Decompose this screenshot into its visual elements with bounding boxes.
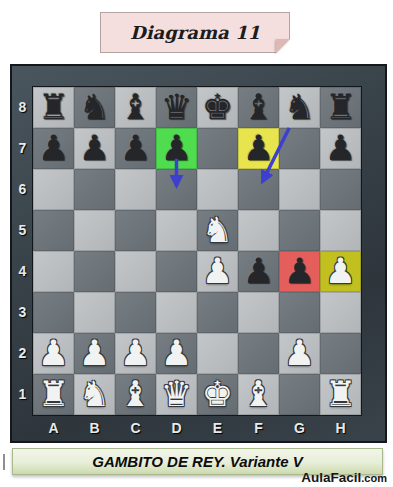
square-b3 [74, 292, 115, 333]
black-pawn: ♟ [243, 251, 274, 292]
file-label-c: C [115, 415, 156, 441]
square-c7: ♟ [115, 128, 156, 169]
white-pawn: ♟ [284, 333, 315, 374]
square-e5: ♞ [197, 210, 238, 251]
file-label-g: G [279, 415, 320, 441]
square-b5 [74, 210, 115, 251]
black-pawn: ♟ [243, 128, 274, 169]
file-label-d: D [156, 415, 197, 441]
square-g1 [279, 374, 320, 415]
square-f5 [238, 210, 279, 251]
black-pawn: ♟ [284, 251, 315, 292]
black-pawn: ♟ [79, 128, 110, 169]
square-e2 [197, 333, 238, 374]
folded-corner-icon [276, 39, 290, 53]
white-rook: ♜ [325, 374, 356, 415]
square-b2: ♟ [74, 333, 115, 374]
title-callout: Diagrama 11 [100, 12, 290, 53]
square-d8: ♛ [156, 87, 197, 128]
square-a5 [33, 210, 74, 251]
square-e6 [197, 169, 238, 210]
rank-label-8: 8 [12, 87, 33, 128]
rank-label-5: 5 [12, 210, 33, 251]
black-pawn: ♟ [161, 128, 192, 169]
file-label-e: E [197, 415, 238, 441]
rank-label-6: 6 [12, 169, 33, 210]
square-e7 [197, 128, 238, 169]
square-e8: ♚ [197, 87, 238, 128]
square-f7: ♟ [238, 128, 279, 169]
black-rook: ♜ [325, 87, 356, 128]
square-h5 [320, 210, 361, 251]
square-h6 [320, 169, 361, 210]
square-c1: ♝ [115, 374, 156, 415]
white-bishop: ♝ [243, 374, 274, 415]
square-a4 [33, 251, 74, 292]
square-d6 [156, 169, 197, 210]
rank-label-1: 1 [12, 374, 33, 415]
square-d3 [156, 292, 197, 333]
square-b8: ♞ [74, 87, 115, 128]
site-tld: .com [361, 472, 387, 484]
square-a8: ♜ [33, 87, 74, 128]
square-d2: ♟ [156, 333, 197, 374]
board-squares: ♜♞♝♛♚♝♞♜♟♟♟♟♟♟♞♟♟♟♟♟♟♟♟♟♜♞♝♛♚♝♜87654321A… [33, 87, 361, 415]
black-pawn: ♟ [38, 128, 69, 169]
square-f3 [238, 292, 279, 333]
white-pawn: ♟ [325, 251, 356, 292]
white-pawn: ♟ [202, 251, 233, 292]
square-h1: ♜ [320, 374, 361, 415]
white-queen: ♛ [161, 374, 192, 415]
white-king: ♚ [202, 374, 233, 415]
black-pawn: ♟ [325, 128, 356, 169]
black-rook: ♜ [38, 87, 69, 128]
square-a2: ♟ [33, 333, 74, 374]
file-label-h: H [320, 415, 361, 441]
square-c3 [115, 292, 156, 333]
square-c2: ♟ [115, 333, 156, 374]
square-g6 [279, 169, 320, 210]
black-bishop: ♝ [243, 87, 274, 128]
white-pawn: ♟ [120, 333, 151, 374]
file-label-f: F [238, 415, 279, 441]
rank-label-3: 3 [12, 292, 33, 333]
chess-board: ♜♞♝♛♚♝♞♜♟♟♟♟♟♟♞♟♟♟♟♟♟♟♟♟♜♞♝♛♚♝♜87654321A… [10, 64, 387, 443]
square-d7: ♟ [156, 128, 197, 169]
square-g5 [279, 210, 320, 251]
square-b1: ♞ [74, 374, 115, 415]
square-g3 [279, 292, 320, 333]
white-rook: ♜ [38, 374, 69, 415]
site-name: AulaFacil [301, 470, 361, 485]
square-h2 [320, 333, 361, 374]
square-d4 [156, 251, 197, 292]
square-f1: ♝ [238, 374, 279, 415]
square-c4 [115, 251, 156, 292]
black-king: ♚ [202, 87, 233, 128]
black-knight: ♞ [79, 87, 110, 128]
square-a7: ♟ [33, 128, 74, 169]
title-text: Diagrama 11 [130, 22, 260, 43]
white-pawn: ♟ [79, 333, 110, 374]
caption-text: GAMBITO DE REY. Variante V [92, 453, 302, 470]
square-b6 [74, 169, 115, 210]
rank-label-4: 4 [12, 251, 33, 292]
square-c8: ♝ [115, 87, 156, 128]
black-knight: ♞ [284, 87, 315, 128]
square-g4: ♟ [279, 251, 320, 292]
square-g2: ♟ [279, 333, 320, 374]
square-f4: ♟ [238, 251, 279, 292]
black-pawn: ♟ [120, 128, 151, 169]
white-knight: ♞ [202, 210, 233, 251]
square-d1: ♛ [156, 374, 197, 415]
square-a3 [33, 292, 74, 333]
square-h7: ♟ [320, 128, 361, 169]
black-bishop: ♝ [120, 87, 151, 128]
stray-mark [3, 454, 5, 470]
square-f6 [238, 169, 279, 210]
square-d5 [156, 210, 197, 251]
square-f8: ♝ [238, 87, 279, 128]
page: Diagrama 11 ♜♞♝♛♚♝♞♜♟♟♟♟♟♟♞♟♟♟♟♟♟♟♟♟♜♞♝♛… [0, 0, 393, 487]
square-b4 [74, 251, 115, 292]
square-h4: ♟ [320, 251, 361, 292]
site-branding: AulaFacil.com [301, 470, 387, 485]
square-a1: ♜ [33, 374, 74, 415]
square-c5 [115, 210, 156, 251]
square-h3 [320, 292, 361, 333]
black-queen: ♛ [161, 87, 192, 128]
file-label-a: A [33, 415, 74, 441]
rank-label-2: 2 [12, 333, 33, 374]
file-label-b: B [74, 415, 115, 441]
white-bishop: ♝ [120, 374, 151, 415]
square-e3 [197, 292, 238, 333]
square-g7 [279, 128, 320, 169]
square-e4: ♟ [197, 251, 238, 292]
square-a6 [33, 169, 74, 210]
square-b7: ♟ [74, 128, 115, 169]
rank-label-7: 7 [12, 128, 33, 169]
white-knight: ♞ [79, 374, 110, 415]
square-e1: ♚ [197, 374, 238, 415]
square-f2 [238, 333, 279, 374]
white-pawn: ♟ [38, 333, 69, 374]
white-pawn: ♟ [161, 333, 192, 374]
square-g8: ♞ [279, 87, 320, 128]
square-h8: ♜ [320, 87, 361, 128]
square-c6 [115, 169, 156, 210]
